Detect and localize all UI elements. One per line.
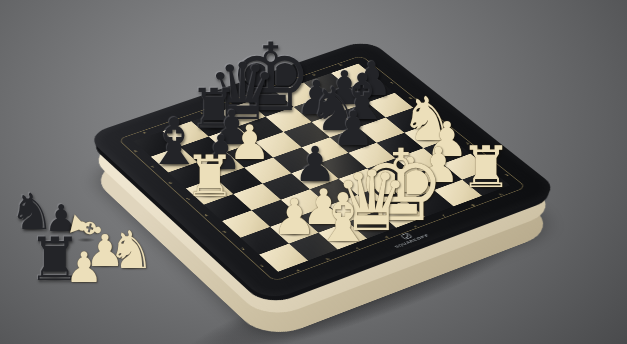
scene: aabbccddeeffgghh8877665544332211 SQUAREO… <box>0 0 627 344</box>
white-pawn-b2[interactable]: ♟ <box>272 193 316 242</box>
white-rook-a5[interactable]: ♜ <box>184 148 235 205</box>
white-pawn-captured[interactable]: ♟ <box>65 247 103 289</box>
white-knight-captured[interactable]: ♞ <box>108 224 155 276</box>
white-rook-h1[interactable]: ♜ <box>460 139 511 196</box>
white-bishop-c1[interactable]: ♝ <box>313 185 373 252</box>
